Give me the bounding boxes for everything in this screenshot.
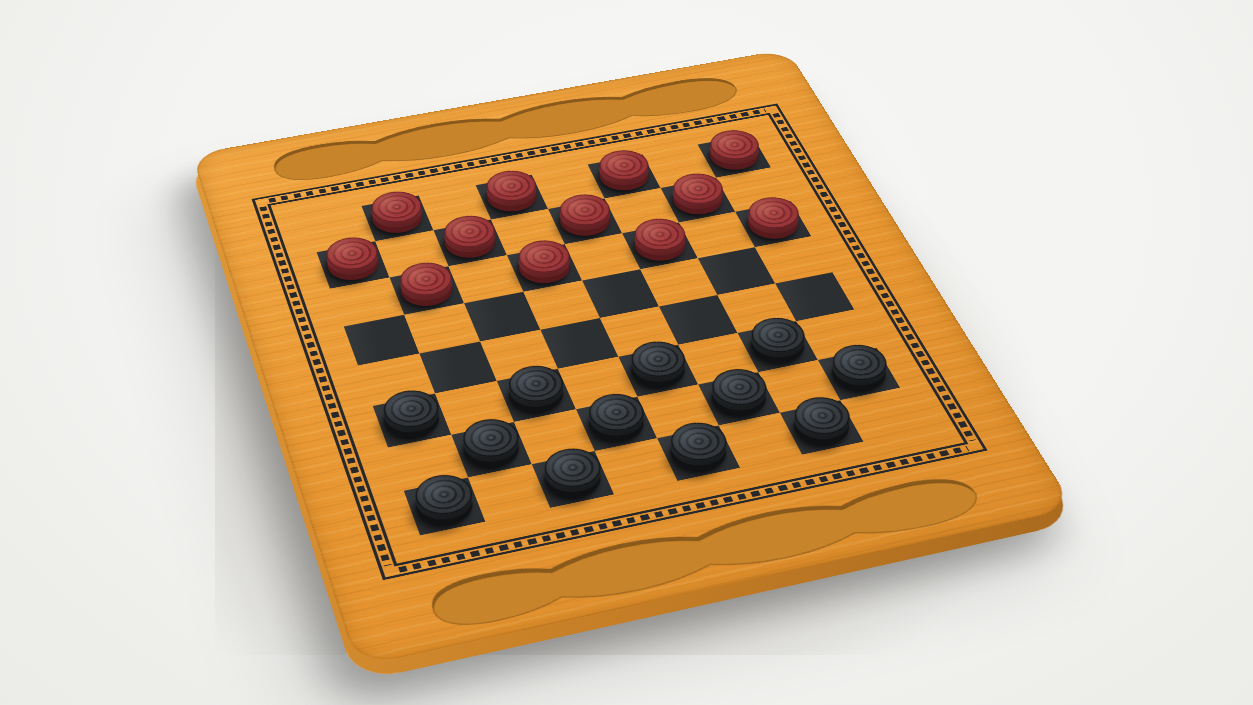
checker-piece-black[interactable]	[458, 426, 525, 473]
scene	[0, 0, 1253, 705]
checker-piece-black[interactable]	[825, 352, 894, 396]
checker-piece-black[interactable]	[583, 401, 651, 447]
checker-piece-black[interactable]	[787, 404, 857, 450]
checker-piece-black[interactable]	[744, 325, 811, 368]
checker-piece-black[interactable]	[379, 398, 445, 443]
